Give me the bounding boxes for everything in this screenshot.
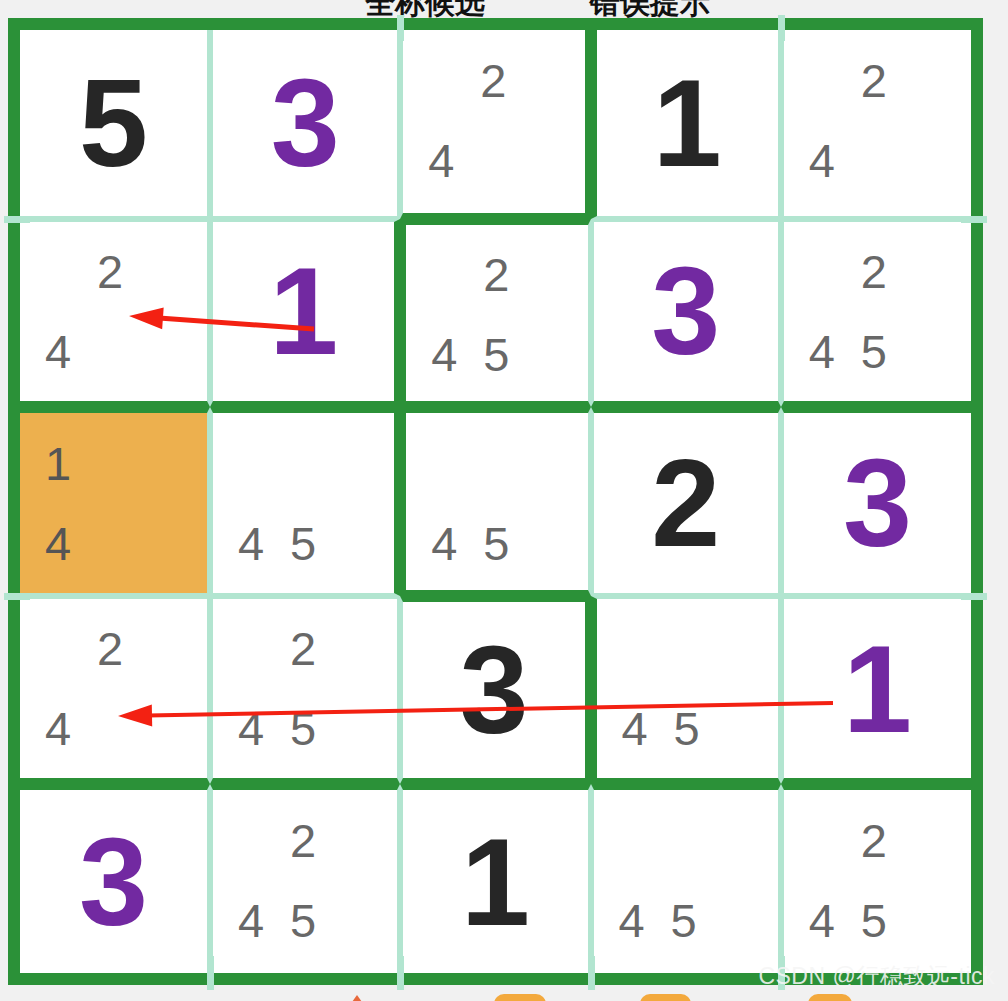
candidate-1: 1 <box>32 423 84 503</box>
candidate-2: 2 <box>277 800 329 880</box>
candidate-5: 5 <box>470 315 522 395</box>
pencil-icon[interactable] <box>352 995 362 1001</box>
candidate-marks: 14 <box>32 423 188 583</box>
cell-r2c5[interactable]: 245 <box>781 219 971 408</box>
cell-r3c3[interactable]: 45 <box>400 407 590 596</box>
board: 5324124241245324514454523242453451324514… <box>8 18 983 985</box>
candidate-5: 5 <box>848 312 900 392</box>
candidate-2: 2 <box>277 609 329 689</box>
candidate-4: 4 <box>32 312 84 392</box>
given-digit: 1 <box>653 61 722 185</box>
cell-r3c2[interactable]: 45 <box>210 407 400 596</box>
cell-r5c1[interactable]: 3 <box>20 784 210 973</box>
candidate-2: 2 <box>848 232 900 312</box>
candidate-5: 5 <box>277 689 329 769</box>
cell-r5c2[interactable]: 245 <box>210 784 400 973</box>
grid-line-tick <box>397 15 404 41</box>
candidate-2: 2 <box>84 232 136 312</box>
grid-line-tick <box>961 593 987 600</box>
toggle-all-candidates-label[interactable]: 全称候选 <box>365 0 485 24</box>
candidate-marks: 245 <box>225 800 381 960</box>
cell-r1c1[interactable]: 5 <box>20 30 210 219</box>
candidate-4: 4 <box>415 120 467 200</box>
candidate-marks: 45 <box>606 800 762 960</box>
cell-r1c3[interactable]: 24 <box>400 30 590 219</box>
cell-r2c1[interactable]: 24 <box>20 219 210 408</box>
candidate-5: 5 <box>661 689 713 769</box>
candidate-2: 2 <box>848 40 900 120</box>
candidate-5: 5 <box>277 880 329 960</box>
candidate-marks: 24 <box>32 609 188 769</box>
entered-digit: 1 <box>269 249 338 373</box>
given-digit: 5 <box>79 61 148 185</box>
cell-r2c4[interactable]: 3 <box>591 219 781 408</box>
candidate-marks: 245 <box>796 800 952 960</box>
candidate-marks: 245 <box>418 235 574 395</box>
candidate-marks: 45 <box>225 423 381 583</box>
candidate-2: 2 <box>470 235 522 315</box>
candidate-4: 4 <box>32 689 84 769</box>
candidate-2: 2 <box>467 40 519 120</box>
cell-r1c5[interactable]: 24 <box>781 30 971 219</box>
grid-line-tick <box>778 15 785 41</box>
cell-r2c3[interactable]: 245 <box>400 219 590 408</box>
toolbar-button[interactable] <box>640 994 691 1001</box>
cell-r3c5[interactable]: 3 <box>781 407 971 596</box>
candidate-marks: 24 <box>796 40 952 200</box>
given-digit: 1 <box>461 820 530 944</box>
entered-digit: 1 <box>843 627 912 751</box>
candidate-5: 5 <box>658 880 710 960</box>
cell-r4c1[interactable]: 24 <box>20 596 210 785</box>
candidate-4: 4 <box>796 120 848 200</box>
grid-line-tick <box>207 956 214 990</box>
candidate-marks: 45 <box>418 423 574 583</box>
toolbar-button[interactable] <box>808 994 852 1001</box>
cell-r4c4[interactable]: 45 <box>591 596 781 785</box>
candidate-2: 2 <box>84 609 136 689</box>
grid-line-tick <box>961 216 987 223</box>
grid-line-tick <box>397 956 404 990</box>
candidate-4: 4 <box>796 880 848 960</box>
candidate-marks: 45 <box>609 609 765 769</box>
entered-digit: 3 <box>79 820 148 944</box>
candidate-5: 5 <box>848 880 900 960</box>
candidate-4: 4 <box>796 312 848 392</box>
entered-digit: 3 <box>271 61 340 185</box>
candidate-4: 4 <box>418 315 470 395</box>
cell-r3c4[interactable]: 2 <box>591 407 781 596</box>
entered-digit: 3 <box>651 249 720 373</box>
cell-r4c2[interactable]: 245 <box>210 596 400 785</box>
cell-r2c2[interactable]: 1 <box>210 219 400 408</box>
cell-r5c5[interactable]: 245 <box>781 784 971 973</box>
cell-r5c3[interactable]: 1 <box>400 784 590 973</box>
candidate-4: 4 <box>418 503 470 583</box>
toolbar-button[interactable] <box>494 994 546 1001</box>
toggle-error-hint-label[interactable]: 错误提示 <box>590 0 710 24</box>
candidate-5: 5 <box>277 503 329 583</box>
candidate-marks: 245 <box>796 232 952 392</box>
candidate-5: 5 <box>470 503 522 583</box>
grid-line-tick <box>4 593 30 600</box>
cell-r1c4[interactable]: 1 <box>591 30 781 219</box>
candidate-4: 4 <box>225 689 277 769</box>
cell-r1c2[interactable]: 3 <box>210 30 400 219</box>
watermark: CSDN @行稳致远-tick <box>758 961 995 992</box>
grid-line-tick <box>4 216 30 223</box>
candidate-marks: 24 <box>415 40 571 200</box>
cell-r4c3[interactable]: 3 <box>400 596 590 785</box>
given-digit: 3 <box>460 628 529 752</box>
entered-digit: 3 <box>843 441 912 565</box>
grid-line-tick <box>588 956 595 990</box>
cell-r4c5[interactable]: 1 <box>781 596 971 785</box>
candidate-marks: 245 <box>225 609 381 769</box>
cell-r3c1[interactable]: 14 <box>20 407 210 596</box>
candidate-4: 4 <box>225 880 277 960</box>
candidate-4: 4 <box>606 880 658 960</box>
candidate-4: 4 <box>609 689 661 769</box>
given-digit: 2 <box>651 441 720 565</box>
cell-r5c4[interactable]: 45 <box>591 784 781 973</box>
candidate-2: 2 <box>848 800 900 880</box>
candidate-marks: 24 <box>32 232 188 392</box>
candidate-4: 4 <box>225 503 277 583</box>
sudoku-grid: 5324124241245324514454523242453451324514… <box>20 30 971 973</box>
screen: 全称候选 错误提示 532412424124532451445452324245… <box>0 0 1008 1001</box>
candidate-4: 4 <box>32 503 84 583</box>
